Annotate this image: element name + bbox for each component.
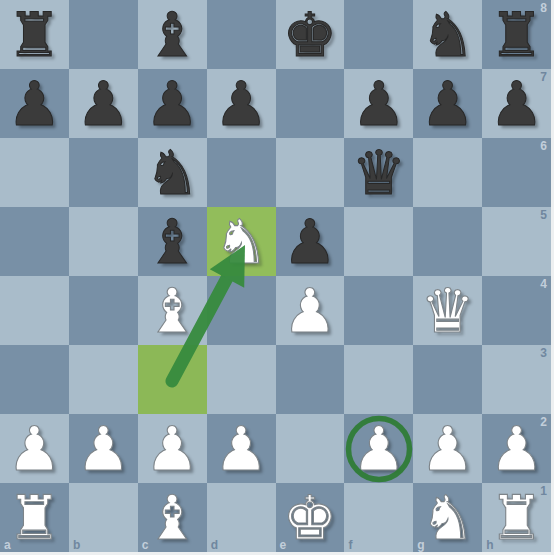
square-d7[interactable]: ♟ — [207, 69, 276, 138]
white-rook[interactable]: ♜ — [7, 483, 62, 552]
square-b2[interactable]: ♟ — [69, 414, 138, 483]
square-g3[interactable] — [413, 345, 482, 414]
square-b8[interactable] — [69, 0, 138, 69]
black-queen[interactable]: ♛ — [351, 138, 406, 207]
rank-label-3: 3 — [540, 346, 547, 360]
square-g4[interactable]: ♛ — [413, 276, 482, 345]
black-king[interactable]: ♚ — [283, 0, 338, 69]
file-label-e: e — [280, 538, 287, 552]
square-h8[interactable]: ♜8 — [482, 0, 551, 69]
square-c4[interactable]: ♝ — [138, 276, 207, 345]
black-rook[interactable]: ♜ — [7, 0, 62, 69]
square-e3[interactable] — [276, 345, 345, 414]
square-b1[interactable]: b — [69, 483, 138, 552]
rank-label-4: 4 — [540, 277, 547, 291]
square-g2[interactable]: ♟ — [413, 414, 482, 483]
square-d4[interactable] — [207, 276, 276, 345]
file-label-b: b — [73, 538, 80, 552]
file-label-a: a — [4, 538, 11, 552]
black-rook[interactable]: ♜ — [489, 0, 544, 69]
rank-label-1: 1 — [540, 484, 547, 498]
white-bishop[interactable]: ♝ — [145, 276, 200, 345]
black-pawn[interactable]: ♟ — [7, 69, 62, 138]
black-knight[interactable]: ♞ — [420, 0, 475, 69]
square-d6[interactable] — [207, 138, 276, 207]
square-b7[interactable]: ♟ — [69, 69, 138, 138]
square-a8[interactable]: ♜ — [0, 0, 69, 69]
square-d5[interactable]: ♞ — [207, 207, 276, 276]
square-a5[interactable] — [0, 207, 69, 276]
rank-label-2: 2 — [540, 415, 547, 429]
square-a6[interactable] — [0, 138, 69, 207]
square-c3[interactable] — [138, 345, 207, 414]
square-c5[interactable]: ♝ — [138, 207, 207, 276]
black-pawn[interactable]: ♟ — [283, 207, 338, 276]
rank-label-6: 6 — [540, 139, 547, 153]
white-queen[interactable]: ♛ — [420, 276, 475, 345]
black-knight[interactable]: ♞ — [145, 138, 200, 207]
square-h2[interactable]: ♟2 — [482, 414, 551, 483]
white-king[interactable]: ♚ — [283, 483, 338, 552]
square-h6[interactable]: 6 — [482, 138, 551, 207]
white-pawn[interactable]: ♟ — [420, 414, 475, 483]
square-g1[interactable]: ♞g — [413, 483, 482, 552]
white-knight[interactable]: ♞ — [214, 207, 269, 276]
square-h3[interactable]: 3 — [482, 345, 551, 414]
rank-label-7: 7 — [540, 70, 547, 84]
square-h4[interactable]: 4 — [482, 276, 551, 345]
square-c1[interactable]: ♝c — [138, 483, 207, 552]
square-f3[interactable] — [344, 345, 413, 414]
white-pawn[interactable]: ♟ — [283, 276, 338, 345]
square-b6[interactable] — [69, 138, 138, 207]
file-label-h: h — [486, 538, 493, 552]
square-f2[interactable]: ♟ — [344, 414, 413, 483]
white-pawn[interactable]: ♟ — [76, 414, 131, 483]
white-knight[interactable]: ♞ — [420, 483, 475, 552]
black-pawn[interactable]: ♟ — [420, 69, 475, 138]
white-pawn[interactable]: ♟ — [489, 414, 544, 483]
square-e1[interactable]: ♚e — [276, 483, 345, 552]
white-pawn[interactable]: ♟ — [7, 414, 62, 483]
square-f6[interactable]: ♛ — [344, 138, 413, 207]
file-label-f: f — [348, 538, 352, 552]
rank-label-5: 5 — [540, 208, 547, 222]
square-f5[interactable] — [344, 207, 413, 276]
square-h1[interactable]: ♜1h — [482, 483, 551, 552]
square-e5[interactable]: ♟ — [276, 207, 345, 276]
file-label-g: g — [417, 538, 424, 552]
chess-board: ♜♝♚♞♜8♟♟♟♟♟♟♟7♞♛6♝♞♟5♝♟♛43♟♟♟♟♟♟♟2♜ab♝cd… — [0, 0, 551, 552]
square-f1[interactable]: f — [344, 483, 413, 552]
square-e6[interactable] — [276, 138, 345, 207]
square-e2[interactable] — [276, 414, 345, 483]
square-d3[interactable] — [207, 345, 276, 414]
square-g5[interactable] — [413, 207, 482, 276]
square-g8[interactable]: ♞ — [413, 0, 482, 69]
white-bishop[interactable]: ♝ — [145, 483, 200, 552]
square-b5[interactable] — [69, 207, 138, 276]
black-bishop[interactable]: ♝ — [145, 0, 200, 69]
black-pawn[interactable]: ♟ — [351, 69, 406, 138]
square-a3[interactable] — [0, 345, 69, 414]
square-b3[interactable] — [69, 345, 138, 414]
square-h7[interactable]: ♟7 — [482, 69, 551, 138]
square-h5[interactable]: 5 — [482, 207, 551, 276]
square-f4[interactable] — [344, 276, 413, 345]
file-label-d: d — [211, 538, 218, 552]
square-e8[interactable]: ♚ — [276, 0, 345, 69]
file-label-c: c — [142, 538, 149, 552]
square-d2[interactable]: ♟ — [207, 414, 276, 483]
square-e7[interactable] — [276, 69, 345, 138]
square-b4[interactable] — [69, 276, 138, 345]
square-a7[interactable]: ♟ — [0, 69, 69, 138]
black-pawn[interactable]: ♟ — [76, 69, 131, 138]
square-c8[interactable]: ♝ — [138, 0, 207, 69]
square-a4[interactable] — [0, 276, 69, 345]
square-c6[interactable]: ♞ — [138, 138, 207, 207]
black-pawn[interactable]: ♟ — [489, 69, 544, 138]
white-pawn[interactable]: ♟ — [145, 414, 200, 483]
square-f8[interactable] — [344, 0, 413, 69]
square-c2[interactable]: ♟ — [138, 414, 207, 483]
white-pawn[interactable]: ♟ — [214, 414, 269, 483]
square-g7[interactable]: ♟ — [413, 69, 482, 138]
square-g6[interactable] — [413, 138, 482, 207]
square-a2[interactable]: ♟ — [0, 414, 69, 483]
white-pawn[interactable]: ♟ — [351, 414, 406, 483]
square-a1[interactable]: ♜a — [0, 483, 69, 552]
square-c7[interactable]: ♟ — [138, 69, 207, 138]
rank-label-8: 8 — [540, 1, 547, 15]
square-f7[interactable]: ♟ — [344, 69, 413, 138]
black-pawn[interactable]: ♟ — [145, 69, 200, 138]
black-pawn[interactable]: ♟ — [214, 69, 269, 138]
square-d1[interactable]: d — [207, 483, 276, 552]
square-d8[interactable] — [207, 0, 276, 69]
black-bishop[interactable]: ♝ — [145, 207, 200, 276]
white-rook[interactable]: ♜ — [489, 483, 544, 552]
square-e4[interactable]: ♟ — [276, 276, 345, 345]
